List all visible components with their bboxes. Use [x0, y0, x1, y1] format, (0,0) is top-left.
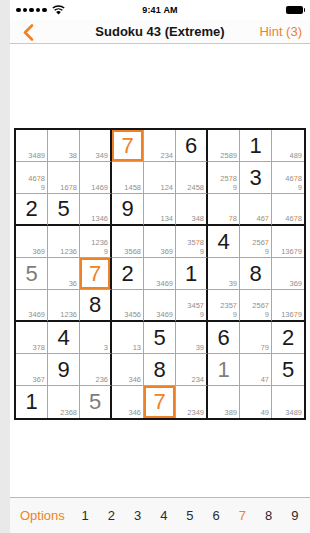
- cell-r6c2[interactable]: 1236: [48, 290, 80, 322]
- cell-r4c5[interactable]: 369: [144, 226, 176, 258]
- digit: 2: [25, 198, 37, 220]
- pencil-marks: 3568: [124, 248, 141, 257]
- cell-r2c2[interactable]: 1678: [48, 162, 80, 194]
- cell-r8c8[interactable]: 47: [240, 354, 272, 386]
- cell-r7c9[interactable]: 2: [272, 322, 304, 354]
- cell-r1c2[interactable]: 38: [48, 130, 80, 162]
- cell-r3c2[interactable]: 5: [48, 194, 80, 226]
- digit: 3: [249, 167, 261, 189]
- cell-r1c8[interactable]: 1: [240, 130, 272, 162]
- digit: 1: [249, 135, 261, 157]
- pencil-marks: 13679: [281, 248, 302, 257]
- pencil-marks: 369: [289, 280, 302, 289]
- pencil-marks: 39: [229, 280, 237, 289]
- pencil-marks: 1469: [91, 184, 108, 193]
- cell-r8c5[interactable]: 8: [144, 354, 176, 386]
- pencil-marks: 46789: [285, 175, 302, 192]
- pencil-marks: 34579: [187, 302, 204, 319]
- pencil-marks: 2458: [187, 184, 204, 193]
- pencil-marks: 36: [69, 280, 77, 289]
- pencil-marks: 1346: [91, 215, 108, 224]
- app-screen: 9:41 AM Sudoku 43 (Extreme) Hint (3) 348…: [10, 0, 310, 533]
- number-button-4[interactable]: 4: [151, 508, 177, 523]
- digit: 4: [217, 231, 229, 253]
- digit: 5: [89, 391, 101, 413]
- digit: 7: [89, 263, 101, 285]
- pencil-marks: 3489: [28, 152, 45, 161]
- cell-r1c4[interactable]: 7: [112, 130, 144, 162]
- cell-r5c8[interactable]: 8: [240, 258, 272, 290]
- cell-r6c7[interactable]: 23579: [208, 290, 240, 322]
- digit: 6: [185, 135, 197, 157]
- cell-r9c2[interactable]: 2368: [48, 386, 80, 418]
- cell-r8c2[interactable]: 9: [48, 354, 80, 386]
- cell-r1c3[interactable]: 349: [80, 130, 112, 162]
- cell-r3c9[interactable]: 4678: [272, 194, 304, 226]
- cell-r8c9[interactable]: 5: [272, 354, 304, 386]
- pencil-marks: 236: [95, 376, 108, 385]
- cell-r9c7[interactable]: 389: [208, 386, 240, 418]
- digit: 1: [25, 391, 37, 413]
- battery-icon: [286, 6, 306, 14]
- cell-r3c7[interactable]: 78: [208, 194, 240, 226]
- digit: 1: [217, 359, 229, 381]
- pencil-marks: 3469: [156, 311, 173, 320]
- cell-r6c5[interactable]: 3469: [144, 290, 176, 322]
- pencil-marks: 1458: [124, 184, 141, 193]
- cell-r6c3[interactable]: 8: [80, 290, 112, 322]
- pencil-marks: 35789: [187, 239, 204, 256]
- cell-r3c5[interactable]: 134: [144, 194, 176, 226]
- pencil-marks: 3489: [285, 409, 302, 418]
- cell-r6c1[interactable]: 3469: [16, 290, 48, 322]
- cell-r9c6[interactable]: 2349: [176, 386, 208, 418]
- cell-r5c9[interactable]: 369: [272, 258, 304, 290]
- pencil-marks: 3469: [156, 280, 173, 289]
- pencil-marks: 349: [95, 152, 108, 161]
- pencil-marks: 23579: [220, 302, 237, 319]
- chevron-left-icon: [23, 24, 34, 41]
- digit: 6: [217, 327, 229, 349]
- number-buttons: 123456789: [72, 508, 308, 523]
- pencil-marks: 3469: [28, 311, 45, 320]
- digit: 5: [25, 263, 37, 285]
- digit: 9: [121, 198, 133, 220]
- sudoku-board: 3489383497234625891489467891678146914581…: [14, 128, 306, 420]
- cell-r7c4[interactable]: 13: [112, 322, 144, 354]
- pencil-marks: 25679: [252, 239, 269, 256]
- pencil-marks: 3456: [124, 311, 141, 320]
- cell-r9c4[interactable]: 346: [112, 386, 144, 418]
- cell-r4c1[interactable]: 369: [16, 226, 48, 258]
- pencil-marks: 4678: [285, 215, 302, 224]
- cell-r2c4[interactable]: 1458: [112, 162, 144, 194]
- pencil-marks: 2368: [60, 409, 77, 418]
- digit: 5: [57, 198, 69, 220]
- number-button-8[interactable]: 8: [256, 508, 282, 523]
- pencil-marks: 467: [256, 215, 269, 224]
- cell-r5c6[interactable]: 1: [176, 258, 208, 290]
- digit: 5: [153, 327, 165, 349]
- cell-r4c6[interactable]: 35789: [176, 226, 208, 258]
- cell-r5c7[interactable]: 39: [208, 258, 240, 290]
- number-button-5[interactable]: 5: [177, 508, 203, 523]
- number-button-2[interactable]: 2: [98, 508, 124, 523]
- pencil-marks: 124: [160, 184, 173, 193]
- cell-r8c3[interactable]: 236: [80, 354, 112, 386]
- pencil-marks: 1678: [60, 184, 77, 193]
- pencil-marks: 1236: [60, 248, 77, 257]
- pencil-marks: 346: [128, 376, 141, 385]
- digit: 2: [121, 263, 133, 285]
- pencil-marks: 369: [160, 248, 173, 257]
- pencil-marks: 3: [104, 344, 108, 353]
- cell-r7c5[interactable]: 5: [144, 322, 176, 354]
- number-button-9[interactable]: 9: [282, 508, 308, 523]
- nav-bar: Sudoku 43 (Extreme) Hint (3): [10, 20, 310, 44]
- cell-r2c6[interactable]: 2458: [176, 162, 208, 194]
- digit: 5: [282, 359, 294, 381]
- cell-r1c1[interactable]: 3489: [16, 130, 48, 162]
- cell-r1c7[interactable]: 2589: [208, 130, 240, 162]
- digit: 4: [57, 327, 69, 349]
- pencil-marks: 2589: [220, 152, 237, 161]
- cell-r8c7[interactable]: 1: [208, 354, 240, 386]
- cell-r5c1[interactable]: 5: [16, 258, 48, 290]
- cell-r4c7[interactable]: 4: [208, 226, 240, 258]
- pencil-marks: 367: [32, 376, 45, 385]
- cell-r7c8[interactable]: 79: [240, 322, 272, 354]
- digit: 8: [249, 263, 261, 285]
- cell-r1c5[interactable]: 234: [144, 130, 176, 162]
- cell-r5c5[interactable]: 3469: [144, 258, 176, 290]
- page-title: Sudoku 43 (Extreme): [50, 20, 270, 43]
- cell-r2c3[interactable]: 1469: [80, 162, 112, 194]
- pencil-marks: 348: [191, 215, 204, 224]
- cell-r3c6[interactable]: 348: [176, 194, 208, 226]
- cell-r9c9[interactable]: 3489: [272, 386, 304, 418]
- cell-r4c3[interactable]: 12369: [80, 226, 112, 258]
- number-button-7[interactable]: 7: [229, 508, 255, 523]
- cell-r6c4[interactable]: 3456: [112, 290, 144, 322]
- cell-r1c6[interactable]: 6: [176, 130, 208, 162]
- pencil-marks: 38: [69, 152, 77, 161]
- pencil-marks: 489: [289, 152, 302, 161]
- status-time: 9:41 AM: [10, 5, 310, 15]
- cell-r3c1[interactable]: 2: [16, 194, 48, 226]
- pencil-marks: 78: [229, 215, 237, 224]
- pencil-marks: 49: [261, 409, 269, 418]
- cell-r4c4[interactable]: 3568: [112, 226, 144, 258]
- cell-r7c2[interactable]: 4: [48, 322, 80, 354]
- back-button[interactable]: [18, 22, 38, 42]
- cell-r4c9[interactable]: 13679: [272, 226, 304, 258]
- cell-r9c5[interactable]: 7: [144, 386, 176, 418]
- pencil-marks: 47: [261, 376, 269, 385]
- digit: 8: [153, 359, 165, 381]
- pencil-marks: 25679: [252, 302, 269, 319]
- digit: 7: [121, 135, 133, 157]
- cell-r2c1[interactable]: 46789: [16, 162, 48, 194]
- cell-r6c6[interactable]: 34579: [176, 290, 208, 322]
- cell-r4c8[interactable]: 25679: [240, 226, 272, 258]
- cell-r4c2[interactable]: 1236: [48, 226, 80, 258]
- digit: 8: [89, 294, 101, 316]
- pencil-marks: 1236: [60, 311, 77, 320]
- cell-r7c1[interactable]: 378: [16, 322, 48, 354]
- pencil-marks: 79: [261, 344, 269, 353]
- cell-r7c7[interactable]: 6: [208, 322, 240, 354]
- pencil-marks: 46789: [28, 175, 45, 192]
- cell-r5c4[interactable]: 2: [112, 258, 144, 290]
- pencil-marks: 2349: [187, 409, 204, 418]
- cell-r8c4[interactable]: 346: [112, 354, 144, 386]
- pencil-marks: 346: [128, 409, 141, 418]
- cell-r2c7[interactable]: 25789: [208, 162, 240, 194]
- digit: 1: [185, 263, 197, 285]
- cell-r1c9[interactable]: 489: [272, 130, 304, 162]
- pencil-marks: 25789: [220, 175, 237, 192]
- number-button-6[interactable]: 6: [203, 508, 229, 523]
- cell-r6c9[interactable]: 13679: [272, 290, 304, 322]
- pencil-marks: 134: [160, 215, 173, 224]
- pencil-marks: 39: [196, 344, 204, 353]
- number-toolbar: Options 123456789: [10, 497, 310, 533]
- digit: 7: [153, 391, 165, 413]
- cell-r5c2[interactable]: 36: [48, 258, 80, 290]
- pencil-marks: 13679: [281, 311, 302, 320]
- pencil-marks: 13: [133, 344, 141, 353]
- cell-r2c8[interactable]: 3: [240, 162, 272, 194]
- digit: 2: [282, 327, 294, 349]
- cell-r3c8[interactable]: 467: [240, 194, 272, 226]
- cell-r7c6[interactable]: 39: [176, 322, 208, 354]
- number-button-3[interactable]: 3: [124, 508, 150, 523]
- cell-r9c3[interactable]: 5: [80, 386, 112, 418]
- cell-r3c3[interactable]: 1346: [80, 194, 112, 226]
- pencil-marks: 389: [224, 409, 237, 418]
- cell-r2c5[interactable]: 124: [144, 162, 176, 194]
- hint-button[interactable]: Hint (3): [259, 20, 302, 43]
- pencil-marks: 378: [32, 344, 45, 353]
- pencil-marks: 12369: [91, 239, 108, 256]
- digit: 9: [57, 359, 69, 381]
- cell-r6c8[interactable]: 25679: [240, 290, 272, 322]
- cell-r9c1[interactable]: 1: [16, 386, 48, 418]
- cell-r8c6[interactable]: 234: [176, 354, 208, 386]
- pencil-marks: 234: [191, 376, 204, 385]
- cell-r3c4[interactable]: 9: [112, 194, 144, 226]
- cell-r2c9[interactable]: 46789: [272, 162, 304, 194]
- pencil-marks: 369: [32, 248, 45, 257]
- options-button[interactable]: Options: [20, 508, 72, 523]
- status-bar: 9:41 AM: [10, 0, 310, 20]
- cell-r5c3[interactable]: 7: [80, 258, 112, 290]
- number-button-1[interactable]: 1: [72, 508, 98, 523]
- cell-r8c1[interactable]: 367: [16, 354, 48, 386]
- cell-r7c3[interactable]: 3: [80, 322, 112, 354]
- pencil-marks: 234: [160, 152, 173, 161]
- cell-r9c8[interactable]: 49: [240, 386, 272, 418]
